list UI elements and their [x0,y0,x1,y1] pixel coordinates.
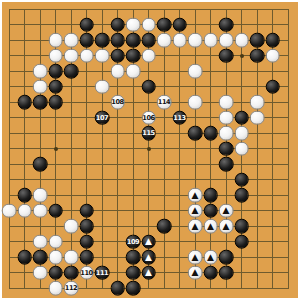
stone-white-16-9[interactable] [234,126,249,141]
stone-white-15-9[interactable] [219,126,234,141]
stone-black-11-15[interactable] [157,219,172,234]
stone-black-7-8[interactable]: 107 [95,110,110,125]
stone-black-5-5[interactable] [64,64,79,79]
stone-white-4-16[interactable] [48,234,63,249]
stone-black-2-7[interactable] [17,95,32,110]
stone-white-5-17[interactable] [64,250,79,265]
stone-white-13-14[interactable]: ▲ [188,203,203,218]
stone-white-17-8[interactable] [250,110,265,125]
stone-white-6-18[interactable]: 110 [79,265,94,280]
stone-black-9-19[interactable] [126,281,141,296]
grid-line-vertical [195,9,196,289]
stone-white-16-3[interactable] [234,33,249,48]
stone-white-15-8[interactable] [219,110,234,125]
triangle-mark: ▲ [223,222,230,231]
move-number-label: 114 [158,99,171,106]
stone-white-15-15[interactable]: ▲ [219,219,234,234]
star-point [240,54,244,58]
go-board: 108114107106113115▲▲▲▲▲▲109▲▲▲▲110111▲▲1… [2,2,298,298]
stone-black-14-14[interactable] [203,203,218,218]
stone-white-10-4[interactable] [141,48,156,63]
stone-black-6-14[interactable] [79,203,94,218]
stone-white-3-18[interactable] [33,265,48,280]
stone-white-3-16[interactable] [33,234,48,249]
stone-black-9-3[interactable] [126,33,141,48]
stone-black-4-18[interactable] [48,265,63,280]
move-number-label: 108 [111,99,124,106]
stone-black-4-7[interactable] [48,95,63,110]
stone-black-14-18[interactable] [203,265,218,280]
stone-white-4-4[interactable] [48,48,63,63]
stone-black-10-16[interactable]: ▲ [141,234,156,249]
stone-black-8-2[interactable] [110,17,125,32]
stone-black-7-18[interactable]: 111 [95,265,110,280]
stone-black-16-16[interactable] [234,234,249,249]
stone-white-8-7[interactable]: 108 [110,95,125,110]
star-point [54,147,58,151]
stone-white-13-15[interactable]: ▲ [188,219,203,234]
stone-black-6-3[interactable] [79,33,94,48]
stone-black-15-2[interactable] [219,17,234,32]
stone-black-9-16[interactable]: 109 [126,234,141,249]
stone-white-6-4[interactable] [79,48,94,63]
stone-black-3-7[interactable] [33,95,48,110]
stone-white-14-15[interactable]: ▲ [203,219,218,234]
stone-black-9-17[interactable] [126,250,141,265]
triangle-mark: ▲ [145,253,152,262]
star-point [147,147,151,151]
stone-white-9-2[interactable] [126,17,141,32]
stone-white-11-7[interactable]: 114 [157,95,172,110]
stone-black-14-9[interactable] [203,126,218,141]
stone-white-18-4[interactable] [265,48,280,63]
stone-black-16-13[interactable] [234,188,249,203]
move-number-label: 106 [142,114,155,121]
grid-line-horizontal [9,164,289,165]
stone-black-15-17[interactable] [219,250,234,265]
stone-black-10-6[interactable] [141,79,156,94]
triangle-mark: ▲ [192,222,199,231]
stone-white-13-5[interactable] [188,64,203,79]
stone-white-1-14[interactable] [2,203,17,218]
stone-black-5-18[interactable] [64,265,79,280]
triangle-mark: ▲ [192,268,199,277]
stone-black-4-14[interactable] [48,203,63,218]
triangle-mark: ▲ [223,206,230,215]
stone-white-5-3[interactable] [64,33,79,48]
stone-white-14-3[interactable] [203,33,218,48]
stone-black-6-15[interactable] [79,219,94,234]
stone-black-15-10[interactable] [219,141,234,156]
stone-black-14-13[interactable] [203,188,218,203]
stone-white-5-4[interactable] [64,48,79,63]
stone-white-13-18[interactable]: ▲ [188,265,203,280]
stone-white-3-14[interactable] [33,203,48,218]
stone-white-4-3[interactable] [48,33,63,48]
stone-black-16-15[interactable] [234,219,249,234]
stone-white-11-3[interactable] [157,33,172,48]
stone-black-15-11[interactable] [219,157,234,172]
move-number-label: 115 [142,130,155,137]
stone-black-18-6[interactable] [265,79,280,94]
stone-white-5-15[interactable] [64,219,79,234]
stone-white-15-14[interactable]: ▲ [219,203,234,218]
stone-black-17-4[interactable] [250,48,265,63]
stone-white-7-6[interactable] [95,79,110,94]
stone-black-9-4[interactable] [126,48,141,63]
stone-white-15-7[interactable] [219,95,234,110]
stone-white-13-3[interactable] [188,33,203,48]
stone-black-16-12[interactable] [234,172,249,187]
stone-black-7-3[interactable] [95,33,110,48]
stone-white-9-5[interactable] [126,64,141,79]
move-number-label: 112 [65,285,78,292]
stone-white-3-5[interactable] [33,64,48,79]
stone-black-6-2[interactable] [79,17,94,32]
stone-black-8-19[interactable] [110,281,125,296]
stone-white-16-10[interactable] [234,141,249,156]
stone-black-6-16[interactable] [79,234,94,249]
stone-black-10-18[interactable]: ▲ [141,265,156,280]
stone-white-3-6[interactable] [33,79,48,94]
triangle-mark: ▲ [145,237,152,246]
move-number-label: 107 [96,114,109,121]
stone-black-3-17[interactable] [33,250,48,265]
stone-black-17-3[interactable] [250,33,265,48]
stone-white-4-17[interactable] [48,250,63,265]
stone-white-2-14[interactable] [17,203,32,218]
grid-line-vertical [164,9,165,289]
stone-white-15-3[interactable] [219,33,234,48]
triangle-mark: ▲ [192,191,199,200]
stone-white-10-2[interactable] [141,17,156,32]
move-number-label: 113 [173,114,186,121]
triangle-mark: ▲ [207,222,214,231]
stone-black-16-8[interactable] [234,110,249,125]
stone-black-18-3[interactable] [265,33,280,48]
stone-black-12-8[interactable]: 113 [172,110,187,125]
move-number-label: 109 [127,238,140,245]
stone-white-14-17[interactable]: ▲ [203,250,218,265]
stone-black-4-6[interactable] [48,79,63,94]
move-number-label: 110 [80,269,93,276]
triangle-mark: ▲ [207,253,214,262]
triangle-mark: ▲ [192,253,199,262]
stone-white-7-4[interactable] [95,48,110,63]
stone-black-6-17[interactable] [79,250,94,265]
stone-black-3-11[interactable] [33,157,48,172]
stone-black-8-3[interactable] [110,33,125,48]
stone-black-13-9[interactable] [188,126,203,141]
stone-white-13-13[interactable]: ▲ [188,188,203,203]
diagram-frame: 108114107106113115▲▲▲▲▲▲109▲▲▲▲110111▲▲1… [0,0,300,300]
triangle-mark: ▲ [192,206,199,215]
move-number-label: 111 [96,269,109,276]
stone-black-11-2[interactable] [157,17,172,32]
stone-black-10-9[interactable]: 115 [141,126,156,141]
stone-black-4-5[interactable] [48,64,63,79]
stone-black-2-17[interactable] [17,250,32,265]
stone-black-10-17[interactable]: ▲ [141,250,156,265]
stone-black-9-18[interactable] [126,265,141,280]
stone-white-8-5[interactable] [110,64,125,79]
triangle-mark: ▲ [145,268,152,277]
stone-black-15-18[interactable] [219,265,234,280]
grid-line-vertical [179,9,180,289]
grid-line-vertical [210,9,211,289]
stone-black-10-3[interactable] [141,33,156,48]
stone-white-3-13[interactable] [33,188,48,203]
stone-white-13-17[interactable]: ▲ [188,250,203,265]
stone-white-5-19[interactable]: 112 [64,281,79,296]
stone-white-13-7[interactable] [188,95,203,110]
grid-line-vertical [288,9,289,289]
stone-black-12-2[interactable] [172,17,187,32]
stone-black-2-13[interactable] [17,188,32,203]
stone-black-8-4[interactable] [110,48,125,63]
stone-white-10-8[interactable]: 106 [141,110,156,125]
stone-white-17-7[interactable] [250,95,265,110]
stone-black-15-4[interactable] [219,48,234,63]
stone-white-12-3[interactable] [172,33,187,48]
stone-white-4-19[interactable] [48,281,63,296]
